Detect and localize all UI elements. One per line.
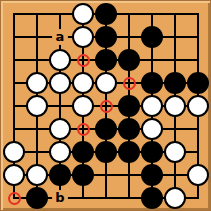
white-stone: [95, 72, 117, 94]
black-stone: [72, 164, 94, 186]
white-stone: [72, 72, 94, 94]
black-stone: [141, 72, 163, 94]
black-stone: [95, 49, 117, 71]
black-stone: [118, 95, 140, 117]
black-stone: [95, 26, 117, 48]
white-stone: [3, 164, 25, 186]
white-stone: [164, 141, 186, 163]
white-stone: [187, 164, 209, 186]
white-stone: [49, 141, 71, 163]
black-stone: [95, 141, 117, 163]
black-stone: [118, 141, 140, 163]
white-stone: [72, 95, 94, 117]
white-stone: [26, 95, 48, 117]
black-stone: [118, 49, 140, 71]
white-stone: [72, 3, 94, 25]
point-label-a: a: [52, 29, 68, 45]
black-stone: [141, 164, 163, 186]
white-stone: [72, 26, 94, 48]
black-stone: [26, 187, 48, 209]
white-stone: [187, 95, 209, 117]
black-stone: [141, 141, 163, 163]
go-board: ab: [0, 0, 211, 211]
white-stone: [141, 118, 163, 140]
black-stone: [95, 118, 117, 140]
white-stone: [26, 72, 48, 94]
circled-point-marker: [100, 100, 113, 113]
circled-point-marker: [123, 77, 136, 90]
black-stone: [72, 141, 94, 163]
black-stone: [49, 164, 71, 186]
black-stone: [164, 72, 186, 94]
white-stone: [49, 72, 71, 94]
circled-point-marker: [77, 54, 90, 67]
white-stone: [26, 164, 48, 186]
circled-point-marker: [8, 192, 21, 205]
white-stone: [49, 118, 71, 140]
black-stone: [187, 72, 209, 94]
black-stone: [118, 118, 140, 140]
circled-point-marker: [77, 123, 90, 136]
go-diagram: ab: [0, 0, 211, 211]
black-stone: [95, 3, 117, 25]
white-stone: [141, 95, 163, 117]
black-stone: [141, 187, 163, 209]
point-label-b: b: [52, 190, 68, 206]
white-stone: [49, 49, 71, 71]
white-stone: [164, 187, 186, 209]
white-stone: [164, 95, 186, 117]
white-stone: [3, 141, 25, 163]
black-stone: [141, 26, 163, 48]
